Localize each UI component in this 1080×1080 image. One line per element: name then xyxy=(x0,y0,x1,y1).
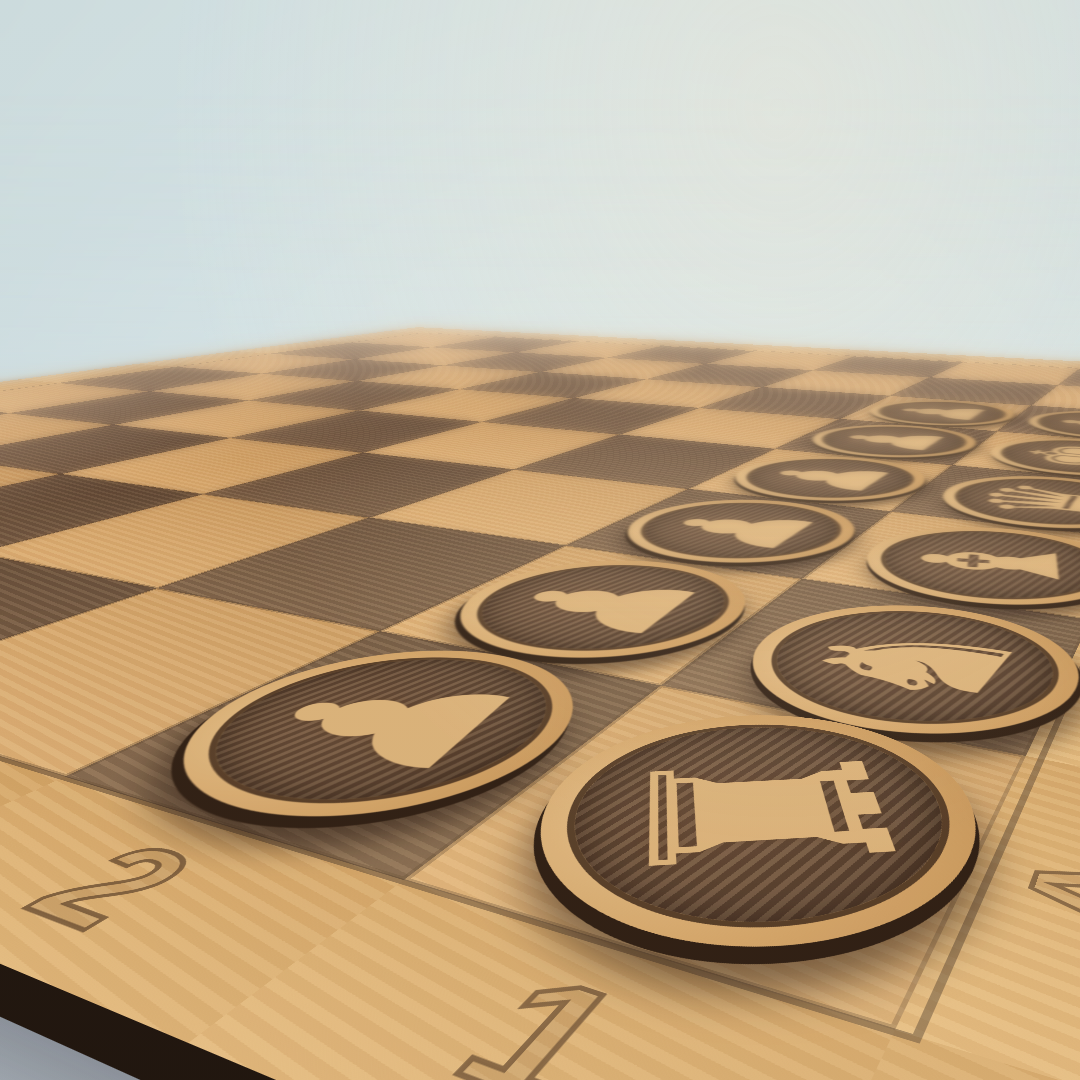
photo-of-chess-board: 21ABC♜♞♝♛♚♝♟♟♟♟♟♟ xyxy=(0,0,1080,1080)
chess-board: 21ABC♜♞♝♛♚♝♟♟♟♟♟♟ xyxy=(0,327,1080,1080)
board-scene: 21ABC♜♞♝♛♚♝♟♟♟♟♟♟ xyxy=(0,0,1080,1080)
